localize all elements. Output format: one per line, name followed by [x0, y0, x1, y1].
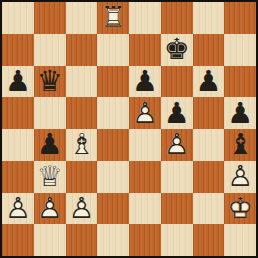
piece-glyph: ♝: [224, 129, 256, 161]
piece-glyph: ♟: [161, 97, 193, 129]
square-b8[interactable]: [34, 2, 66, 34]
piece-glyph: ♟: [224, 97, 256, 129]
square-c7[interactable]: [66, 34, 98, 66]
square-e1[interactable]: [129, 224, 161, 256]
piece-outline-glyph: ♙: [2, 193, 34, 225]
square-e3[interactable]: [129, 161, 161, 193]
piece-white-pawn[interactable]: ♟♙: [2, 193, 34, 225]
piece-white-queen[interactable]: ♛♕: [34, 161, 66, 193]
square-f8[interactable]: [161, 2, 193, 34]
square-b3[interactable]: ♛♕: [34, 161, 66, 193]
square-a3[interactable]: [2, 161, 34, 193]
square-d4[interactable]: [97, 129, 129, 161]
piece-black-bishop[interactable]: ♝: [224, 129, 256, 161]
square-f6[interactable]: [161, 66, 193, 98]
piece-white-pawn[interactable]: ♟♙: [161, 129, 193, 161]
square-b4[interactable]: ♟: [34, 129, 66, 161]
piece-outline-glyph: ♙: [161, 129, 193, 161]
piece-black-pawn[interactable]: ♟: [161, 97, 193, 129]
square-a8[interactable]: [2, 2, 34, 34]
piece-black-king[interactable]: ♚: [161, 34, 193, 66]
piece-outline-glyph: ♙: [34, 193, 66, 225]
piece-white-pawn[interactable]: ♟♙: [66, 193, 98, 225]
piece-black-pawn[interactable]: ♟: [34, 129, 66, 161]
chess-board: ♜♖♚♟♛♟♟♟♙♟♟♟♝♗♟♙♝♛♕♟♙♟♙♟♙♟♙♚♔: [2, 2, 256, 256]
piece-black-pawn[interactable]: ♟: [129, 66, 161, 98]
square-c4[interactable]: ♝♗: [66, 129, 98, 161]
piece-black-pawn[interactable]: ♟: [193, 66, 225, 98]
piece-white-rook[interactable]: ♜♖: [97, 2, 129, 34]
square-a5[interactable]: [2, 97, 34, 129]
piece-glyph: ♟: [34, 129, 66, 161]
piece-outline-glyph: ♙: [224, 161, 256, 193]
square-c2[interactable]: ♟♙: [66, 193, 98, 225]
square-f7[interactable]: ♚: [161, 34, 193, 66]
square-f1[interactable]: [161, 224, 193, 256]
square-g6[interactable]: ♟: [193, 66, 225, 98]
square-e7[interactable]: [129, 34, 161, 66]
piece-outline-glyph: ♗: [66, 129, 98, 161]
piece-glyph: ♚: [161, 34, 193, 66]
board-frame: ♜♖♚♟♛♟♟♟♙♟♟♟♝♗♟♙♝♛♕♟♙♟♙♟♙♟♙♚♔: [0, 0, 258, 258]
square-d8[interactable]: ♜♖: [97, 2, 129, 34]
piece-black-queen[interactable]: ♛: [34, 66, 66, 98]
piece-black-pawn[interactable]: ♟: [224, 97, 256, 129]
square-h7[interactable]: [224, 34, 256, 66]
square-g1[interactable]: [193, 224, 225, 256]
piece-outline-glyph: ♕: [34, 161, 66, 193]
square-c1[interactable]: [66, 224, 98, 256]
square-h1[interactable]: [224, 224, 256, 256]
piece-outline-glyph: ♙: [66, 193, 98, 225]
piece-outline-glyph: ♔: [224, 193, 256, 225]
square-f3[interactable]: [161, 161, 193, 193]
square-b7[interactable]: [34, 34, 66, 66]
square-e6[interactable]: ♟: [129, 66, 161, 98]
square-g8[interactable]: [193, 2, 225, 34]
square-g7[interactable]: [193, 34, 225, 66]
piece-black-pawn[interactable]: ♟: [2, 66, 34, 98]
square-a6[interactable]: ♟: [2, 66, 34, 98]
square-a7[interactable]: [2, 34, 34, 66]
square-h3[interactable]: ♟♙: [224, 161, 256, 193]
square-h2[interactable]: ♚♔: [224, 193, 256, 225]
piece-outline-glyph: ♖: [97, 2, 129, 34]
piece-glyph: ♛: [34, 66, 66, 98]
piece-glyph: ♟: [129, 66, 161, 98]
piece-white-pawn[interactable]: ♟♙: [34, 193, 66, 225]
square-d3[interactable]: [97, 161, 129, 193]
square-b1[interactable]: [34, 224, 66, 256]
square-d6[interactable]: [97, 66, 129, 98]
square-e5[interactable]: ♟♙: [129, 97, 161, 129]
piece-white-king[interactable]: ♚♔: [224, 193, 256, 225]
square-h5[interactable]: ♟: [224, 97, 256, 129]
square-f2[interactable]: [161, 193, 193, 225]
square-e2[interactable]: [129, 193, 161, 225]
piece-white-pawn[interactable]: ♟♙: [129, 97, 161, 129]
piece-glyph: ♟: [193, 66, 225, 98]
square-g4[interactable]: [193, 129, 225, 161]
square-g2[interactable]: [193, 193, 225, 225]
square-g5[interactable]: [193, 97, 225, 129]
square-h6[interactable]: [224, 66, 256, 98]
piece-white-pawn[interactable]: ♟♙: [224, 161, 256, 193]
square-b5[interactable]: [34, 97, 66, 129]
square-b6[interactable]: ♛: [34, 66, 66, 98]
square-f4[interactable]: ♟♙: [161, 129, 193, 161]
square-c6[interactable]: [66, 66, 98, 98]
square-a4[interactable]: [2, 129, 34, 161]
square-d1[interactable]: [97, 224, 129, 256]
square-h4[interactable]: ♝: [224, 129, 256, 161]
square-d5[interactable]: [97, 97, 129, 129]
piece-glyph: ♟: [2, 66, 34, 98]
square-a2[interactable]: ♟♙: [2, 193, 34, 225]
piece-white-bishop[interactable]: ♝♗: [66, 129, 98, 161]
square-g3[interactable]: [193, 161, 225, 193]
square-c5[interactable]: [66, 97, 98, 129]
square-e4[interactable]: [129, 129, 161, 161]
square-b2[interactable]: ♟♙: [34, 193, 66, 225]
square-h8[interactable]: [224, 2, 256, 34]
square-c8[interactable]: [66, 2, 98, 34]
square-e8[interactable]: [129, 2, 161, 34]
square-d2[interactable]: [97, 193, 129, 225]
piece-outline-glyph: ♙: [129, 97, 161, 129]
square-c3[interactable]: [66, 161, 98, 193]
square-f5[interactable]: ♟: [161, 97, 193, 129]
square-d7[interactable]: [97, 34, 129, 66]
square-a1[interactable]: [2, 224, 34, 256]
